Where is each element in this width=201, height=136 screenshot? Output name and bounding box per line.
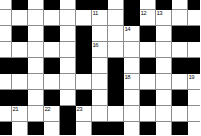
cell-r2c6[interactable] [92, 26, 108, 42]
cell-r0c9[interactable] [140, 0, 156, 10]
cell-r3c9[interactable] [140, 42, 156, 58]
cell-r2c4[interactable] [60, 26, 76, 42]
cell-r1c3[interactable] [44, 10, 60, 26]
black-cell-r3c5 [76, 42, 92, 58]
black-cell-r8c9 [140, 122, 156, 136]
cell-r3c1[interactable] [12, 42, 28, 58]
cell-r5c10[interactable] [156, 74, 172, 90]
cell-r1c10[interactable]: 13 [156, 10, 172, 26]
cell-r7c3[interactable]: 22 [44, 106, 60, 122]
cell-r3c7[interactable] [108, 42, 124, 58]
clue-number-14: 14 [125, 26, 131, 33]
cell-r5c9[interactable] [140, 74, 156, 90]
cell-r0c11[interactable] [172, 0, 188, 10]
cell-r7c1[interactable]: 21 [12, 106, 28, 122]
cell-r4c4[interactable] [60, 58, 76, 74]
cell-r8c10[interactable] [156, 122, 172, 136]
black-cell-r0c8 [124, 0, 140, 10]
cell-r8c8[interactable] [124, 122, 140, 136]
cell-r3c2[interactable] [28, 42, 44, 58]
cell-r7c6[interactable] [92, 106, 108, 122]
clue-number-12: 12 [141, 10, 147, 17]
cell-r3c11[interactable] [172, 42, 188, 58]
cell-r5c8[interactable]: 18 [124, 74, 140, 90]
black-cell-r6c1 [12, 90, 28, 106]
cell-r3c12[interactable] [188, 42, 201, 58]
cell-r1c0[interactable] [0, 10, 12, 26]
black-cell-r4c5 [76, 58, 92, 74]
black-cell-r8c6 [92, 122, 108, 136]
clue-number-11: 11 [93, 10, 98, 17]
black-cell-r0c1 [12, 0, 28, 10]
cell-r4c6[interactable] [92, 58, 108, 74]
cell-r1c6[interactable]: 11 [92, 10, 108, 26]
cell-r6c4[interactable] [60, 90, 76, 106]
cell-r4c10[interactable] [156, 58, 172, 74]
black-cell-r6c9 [140, 90, 156, 106]
cell-r7c8[interactable] [124, 106, 140, 122]
black-cell-r0c10 [156, 0, 172, 10]
black-cell-r2c11 [172, 26, 188, 42]
cell-r7c0[interactable] [0, 106, 12, 122]
black-cell-r8c2 [28, 122, 44, 136]
cell-r2c0[interactable] [0, 26, 12, 42]
cell-r7c10[interactable] [156, 106, 172, 122]
black-cell-r8c11 [172, 122, 188, 136]
black-cell-r0c6 [92, 0, 108, 10]
black-cell-r6c3 [44, 90, 60, 106]
clue-number-22: 22 [45, 106, 51, 113]
cell-r7c11[interactable] [172, 106, 188, 122]
black-cell-r8c7 [108, 122, 124, 136]
cell-r1c12[interactable] [188, 10, 201, 26]
black-cell-r0c12 [188, 0, 201, 10]
cell-r1c2[interactable] [28, 10, 44, 26]
cell-r0c4[interactable] [60, 0, 76, 10]
black-cell-r2c5 [76, 26, 92, 42]
black-cell-r6c0 [0, 90, 12, 106]
cell-r5c5[interactable] [76, 74, 92, 90]
cell-r6c2[interactable] [28, 90, 44, 106]
black-cell-r6c11 [172, 90, 188, 106]
clue-number-18: 18 [125, 74, 131, 81]
black-cell-r0c3 [44, 0, 60, 10]
clue-number-21: 21 [13, 106, 19, 113]
cell-r6c8[interactable] [124, 90, 140, 106]
cell-r3c6[interactable]: 16 [92, 42, 108, 58]
crossword-grid: 11121314161819212223 [0, 0, 200, 135]
cell-r2c8[interactable]: 14 [124, 26, 140, 42]
cell-r6c10[interactable] [156, 90, 172, 106]
cell-r0c7[interactable] [108, 0, 124, 10]
cell-r8c1[interactable] [12, 122, 28, 136]
cell-r6c6[interactable] [92, 90, 108, 106]
black-cell-r4c7 [108, 58, 124, 74]
cell-r5c1[interactable] [12, 74, 28, 90]
cell-r0c0[interactable] [0, 0, 12, 10]
cell-r3c4[interactable] [60, 42, 76, 58]
cell-r1c5[interactable] [76, 10, 92, 26]
cell-r5c4[interactable] [60, 74, 76, 90]
cell-r3c8[interactable] [124, 42, 140, 58]
cell-r1c9[interactable]: 12 [140, 10, 156, 26]
black-cell-r4c3 [44, 58, 60, 74]
cell-r2c2[interactable] [28, 26, 44, 42]
cell-r2c10[interactable] [156, 26, 172, 42]
cell-r4c8[interactable] [124, 58, 140, 74]
black-cell-r1c8 [124, 10, 140, 26]
cell-r5c6[interactable] [92, 74, 108, 90]
clue-number-23: 23 [77, 106, 83, 113]
cell-r5c2[interactable] [28, 74, 44, 90]
black-cell-r4c9 [140, 58, 156, 74]
black-cell-r2c1 [12, 26, 28, 42]
cell-r1c4[interactable] [60, 10, 76, 26]
cell-r7c2[interactable] [28, 106, 44, 122]
black-cell-r7c4 [60, 106, 76, 122]
cell-r5c3[interactable] [44, 74, 60, 90]
cell-r5c11[interactable] [172, 74, 188, 90]
black-cell-r0c5 [76, 0, 92, 10]
black-cell-r2c3 [44, 26, 60, 42]
cell-r5c0[interactable] [0, 74, 12, 90]
black-cell-r6c5 [76, 90, 92, 106]
clue-number-13: 13 [157, 10, 163, 17]
black-cell-r5c7 [108, 74, 124, 90]
cell-r4c2[interactable] [28, 58, 44, 74]
black-cell-r4c1 [12, 58, 28, 74]
black-cell-r4c11 [172, 58, 188, 74]
clue-number-16: 16 [93, 42, 99, 49]
cell-r7c5[interactable]: 23 [76, 106, 92, 122]
clue-number-19: 19 [189, 74, 195, 81]
cell-r6c12[interactable] [188, 90, 201, 106]
cell-r7c7[interactable] [108, 106, 124, 122]
cell-r2c7[interactable] [108, 26, 124, 42]
cell-r1c1[interactable] [12, 10, 28, 26]
cell-r8c3[interactable] [44, 122, 60, 136]
crossword-board: 11121314161819212223 [0, 0, 200, 135]
cell-r7c12[interactable] [188, 106, 201, 122]
black-cell-r6c7 [108, 90, 124, 106]
black-cell-r8c4 [60, 122, 76, 136]
cell-r8c12[interactable] [188, 122, 201, 136]
cell-r3c0[interactable] [0, 42, 12, 58]
black-cell-r4c12 [188, 58, 201, 74]
cell-r1c11[interactable] [172, 10, 188, 26]
black-cell-r8c0 [0, 122, 12, 136]
cell-r8c5[interactable] [76, 122, 92, 136]
black-cell-r2c12 [188, 26, 201, 42]
cell-r3c3[interactable] [44, 42, 60, 58]
cell-r7c9[interactable] [140, 106, 156, 122]
black-cell-r4c0 [0, 58, 12, 74]
cell-r3c10[interactable] [156, 42, 172, 58]
cell-r5c12[interactable]: 19 [188, 74, 201, 90]
black-cell-r2c9 [140, 26, 156, 42]
cell-r0c2[interactable] [28, 0, 44, 10]
cell-r1c7[interactable] [108, 10, 124, 26]
